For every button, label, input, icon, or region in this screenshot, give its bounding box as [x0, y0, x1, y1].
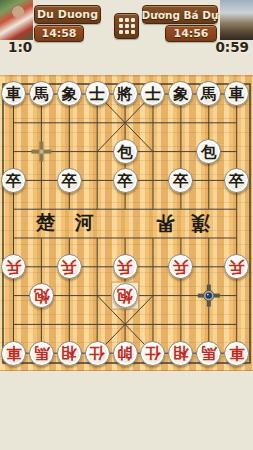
left-player-avatar[interactable]	[0, 0, 33, 40]
piece-red-c1[interactable]: 相	[57, 341, 82, 366]
piece-black-e10[interactable]: 將	[113, 81, 138, 106]
piece-red-c4[interactable]: 兵	[57, 254, 82, 279]
xiangqi-app-screen: Du Duong 14:58 Dương Bá Dự 14:56 1:0 0:5…	[0, 0, 253, 450]
piece-glyph: 包	[201, 144, 217, 160]
piece-glyph: 兵	[229, 259, 245, 275]
piece-glyph: 象	[61, 86, 77, 102]
piece-glyph: 包	[117, 144, 133, 160]
xiangqi-board[interactable]: 楚河 漢界 車馬象士將士象馬車包包卒卒卒卒卒兵兵兵兵兵炮炮車馬相仕帥仕相馬車	[0, 75, 253, 371]
piece-black-f10[interactable]: 士	[140, 81, 165, 106]
piece-red-g4[interactable]: 兵	[168, 254, 193, 279]
piece-black-h8[interactable]: 包	[196, 139, 221, 164]
piece-glyph: 車	[6, 86, 22, 102]
piece-black-g10[interactable]: 象	[168, 81, 193, 106]
left-player-name: Du Duong	[34, 5, 101, 24]
piece-red-e1[interactable]: 帥	[113, 341, 138, 366]
piece-glyph: 車	[229, 345, 245, 361]
piece-glyph: 馬	[201, 86, 217, 102]
pieces-grid: 車馬象士將士象馬車包包卒卒卒卒卒兵兵兵兵兵炮炮車馬相仕帥仕相馬車	[0, 80, 251, 368]
piece-glyph: 象	[173, 86, 189, 102]
left-player-timer: 14:58	[34, 25, 84, 42]
piece-red-e4[interactable]: 兵	[113, 254, 138, 279]
piece-black-d10[interactable]: 士	[85, 81, 110, 106]
piece-black-i10[interactable]: 車	[224, 81, 249, 106]
piece-black-a7[interactable]: 卒	[1, 168, 26, 193]
piece-glyph: 炮	[34, 288, 50, 304]
piece-red-g1[interactable]: 相	[168, 341, 193, 366]
piece-glyph: 兵	[6, 259, 22, 275]
piece-glyph: 兵	[173, 259, 189, 275]
piece-glyph: 馬	[201, 345, 217, 361]
piece-black-e7[interactable]: 卒	[113, 168, 138, 193]
piece-black-c7[interactable]: 卒	[57, 168, 82, 193]
piece-glyph: 相	[173, 345, 189, 361]
piece-glyph: 卒	[173, 173, 189, 189]
piece-glyph: 車	[6, 345, 22, 361]
menu-button[interactable]	[114, 13, 139, 39]
piece-black-b10[interactable]: 馬	[29, 81, 54, 106]
right-player-avatar[interactable]	[220, 0, 253, 40]
piece-black-i7[interactable]: 卒	[224, 168, 249, 193]
piece-glyph: 士	[145, 86, 161, 102]
piece-glyph: 兵	[61, 259, 77, 275]
piece-black-h10[interactable]: 馬	[196, 81, 221, 106]
piece-red-e3[interactable]: 炮	[113, 283, 138, 308]
piece-glyph: 仕	[145, 345, 161, 361]
right-player-timer: 14:56	[165, 25, 217, 42]
grid-menu-icon	[119, 18, 135, 34]
piece-glyph: 炮	[117, 288, 133, 304]
piece-black-c10[interactable]: 象	[57, 81, 82, 106]
piece-glyph: 相	[61, 345, 77, 361]
piece-black-a10[interactable]: 車	[1, 81, 26, 106]
piece-red-a4[interactable]: 兵	[1, 254, 26, 279]
piece-red-b3[interactable]: 炮	[29, 283, 54, 308]
left-player-score: 1:0	[8, 39, 32, 55]
piece-glyph: 卒	[6, 173, 22, 189]
piece-glyph: 卒	[229, 173, 245, 189]
right-player-name: Dương Bá Dự	[142, 5, 218, 24]
piece-red-a1[interactable]: 車	[1, 341, 26, 366]
piece-glyph: 兵	[117, 259, 133, 275]
piece-red-i1[interactable]: 車	[224, 341, 249, 366]
piece-red-i4[interactable]: 兵	[224, 254, 249, 279]
piece-glyph: 馬	[34, 345, 50, 361]
piece-glyph: 卒	[117, 173, 133, 189]
piece-glyph: 車	[229, 86, 245, 102]
piece-black-e8[interactable]: 包	[113, 139, 138, 164]
piece-glyph: 帥	[117, 345, 133, 361]
piece-glyph: 仕	[89, 345, 105, 361]
piece-red-b1[interactable]: 馬	[29, 341, 54, 366]
piece-red-d1[interactable]: 仕	[85, 341, 110, 366]
piece-black-g7[interactable]: 卒	[168, 168, 193, 193]
piece-red-f1[interactable]: 仕	[140, 341, 165, 366]
piece-glyph: 馬	[34, 86, 50, 102]
right-player-score: 0:59	[215, 39, 249, 55]
piece-glyph: 卒	[61, 173, 77, 189]
piece-glyph: 將	[117, 86, 133, 102]
piece-glyph: 士	[89, 86, 105, 102]
piece-red-h1[interactable]: 馬	[196, 341, 221, 366]
